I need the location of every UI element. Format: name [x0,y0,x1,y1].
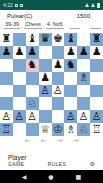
player-bar: Player [0,146,103,154]
square-f8[interactable]: ♝ [64,33,77,46]
piece-r-a8: ♜ [2,33,12,45]
square-g1[interactable]: ♘ [77,123,90,136]
piece-p-g7: ♟ [79,46,89,58]
battery-icon [97,3,100,8]
piece-q-d8: ♛ [40,33,50,45]
square-g4[interactable] [77,85,90,98]
piece-p-f7: ♟ [66,46,76,58]
back-button-icon[interactable]: ◀ [22,170,27,183]
square-b2[interactable]: ♙ [13,110,26,123]
piece-p-c7: ♟ [27,46,37,58]
square-b5[interactable] [13,72,26,85]
opponent-rating: 1500 [77,13,90,19]
square-f3[interactable] [64,97,77,110]
material-score: 39-39 [4,21,20,29]
piece-p-h7: ♟ [92,46,102,58]
square-f1[interactable]: ♗ [64,123,77,136]
square-f2[interactable]: ♙ [64,110,77,123]
piece-b-c8: ♝ [27,33,37,45]
piece-N-c3: ♘ [27,98,37,110]
square-e6[interactable]: ♟ [52,59,65,72]
piece-P-c2: ♙ [27,111,37,123]
wifi-icon [85,3,89,7]
square-g6[interactable] [77,59,90,72]
empty-spinner-1[interactable] [70,22,81,29]
piece-k-e8: ♚ [53,33,63,45]
piece-P-b2: ♙ [14,111,24,123]
square-d6[interactable] [39,59,52,72]
square-e7[interactable] [52,46,65,59]
square-f6[interactable]: ♞ [64,59,77,72]
opponent-name: Pulsar(C) [7,13,32,19]
square-c6[interactable]: ♞ [26,59,39,72]
chess-board: ♜♝♛♚♝♜♟♟♟♟♟♟♞♟♞♟♗♙♙♘♙♙♙♙♙♙♖♕♔♗♘♖ [0,33,103,136]
piece-p-d5: ♟ [40,72,50,84]
square-b6[interactable] [13,59,26,72]
piece-r-h8: ♜ [92,33,102,45]
piece-n-f6: ♞ [66,59,76,71]
square-b7[interactable]: ♟ [13,46,26,59]
square-e4[interactable]: ♙ [52,85,65,98]
next-move-button[interactable]: → [56,138,63,145]
square-h7[interactable]: ♟ [90,46,103,59]
square-e2[interactable] [52,110,65,123]
piece-P-h2: ♙ [92,111,102,123]
square-f4[interactable] [64,85,77,98]
app-screen: 4:22 Pulsar(C) 1500 39-39 Chess 4. Nc6 ♜… [0,0,103,183]
square-c1[interactable] [26,123,39,136]
square-g7[interactable]: ♟ [77,46,90,59]
piece-Q-d1: ♕ [40,124,50,136]
notification-icon [15,4,18,7]
square-a5[interactable] [0,72,13,85]
square-c4[interactable] [26,85,39,98]
piece-p-a7: ♟ [2,46,12,58]
piece-b-f8: ♝ [66,33,76,45]
square-d7[interactable] [39,46,52,59]
square-h5[interactable] [90,72,103,85]
square-d2[interactable] [39,110,52,123]
piece-P-e4: ♙ [53,85,63,97]
square-a6[interactable] [0,59,13,72]
square-h2[interactable]: ♙ [90,110,103,123]
square-d1[interactable]: ♕ [39,123,52,136]
square-d4[interactable]: ♙ [39,85,52,98]
clock-time: 4:22 [3,0,13,10]
piece-P-f2: ♙ [66,111,76,123]
square-a2[interactable]: ♙ [0,110,13,123]
square-b1[interactable] [13,123,26,136]
empty-spinner-2[interactable] [90,22,101,29]
home-button-icon[interactable]: ● [48,170,53,183]
square-b8[interactable] [13,33,26,46]
piece-R-h1: ♖ [92,124,102,136]
piece-N-g1: ♘ [79,124,89,136]
rules-menu-button[interactable]: RULES [24,161,89,167]
piece-P-d4: ♙ [40,85,50,97]
android-nav-bar: ◀ ● ■ [0,170,103,183]
piece-n-c6: ♞ [27,59,37,71]
square-f5[interactable] [64,72,77,85]
square-h3[interactable] [90,97,103,110]
square-a8[interactable]: ♜ [0,33,13,46]
piece-B-g5: ♗ [79,72,89,84]
square-g5[interactable]: ♗ [77,72,90,85]
square-e5[interactable] [52,72,65,85]
square-g8[interactable] [77,33,90,46]
piece-P-g2: ♙ [79,111,89,123]
move-navigation: ← ← → → [0,138,103,145]
square-c3[interactable]: ♘ [26,97,39,110]
square-g3[interactable] [77,97,90,110]
settings-gear-icon[interactable]: ⚙ [90,161,95,167]
square-g2[interactable]: ♙ [77,110,90,123]
piece-R-a1: ♖ [2,124,12,136]
last-move-spinner[interactable]: 4. Nc6 [46,21,64,29]
game-header: Pulsar(C) 1500 39-39 Chess 4. Nc6 [0,10,103,33]
piece-p-b7: ♟ [14,46,24,58]
square-h6[interactable] [90,59,103,72]
square-c2[interactable]: ♙ [26,110,39,123]
square-h1[interactable]: ♖ [90,123,103,136]
square-b3[interactable] [13,97,26,110]
square-e8[interactable]: ♚ [52,33,65,46]
piece-P-a2: ♙ [2,111,12,123]
piece-B-f1: ♗ [66,124,76,136]
square-a7[interactable]: ♟ [0,46,13,59]
square-a3[interactable] [0,97,13,110]
game-menu-button[interactable]: GAME [8,161,24,167]
last-move-button[interactable]: → [72,138,79,145]
square-c8[interactable]: ♝ [26,33,39,46]
square-a1[interactable]: ♖ [0,123,13,136]
status-bar: 4:22 [0,0,103,10]
first-move-button[interactable]: ← [24,138,31,145]
square-b4[interactable] [13,85,26,98]
square-e1[interactable]: ♔ [52,123,65,136]
square-h4[interactable] [90,85,103,98]
signal-icon [91,3,95,7]
square-h8[interactable]: ♜ [90,33,103,46]
notification-icon [20,4,23,7]
prev-move-button[interactable]: ← [40,138,47,145]
recents-button-icon[interactable]: ■ [75,170,81,183]
square-a4[interactable] [0,85,13,98]
square-e3[interactable] [52,97,65,110]
piece-K-e1: ♔ [53,124,63,136]
square-d3[interactable] [39,97,52,110]
square-c7[interactable]: ♟ [26,46,39,59]
piece-p-e6: ♟ [53,59,63,71]
square-d8[interactable]: ♛ [39,33,52,46]
bottom-menu: GAME RULES ⚙ [0,159,103,168]
square-d5[interactable]: ♟ [39,72,52,85]
game-type-spinner[interactable]: Chess [24,21,42,29]
square-f7[interactable]: ♟ [64,46,77,59]
square-c5[interactable] [26,72,39,85]
